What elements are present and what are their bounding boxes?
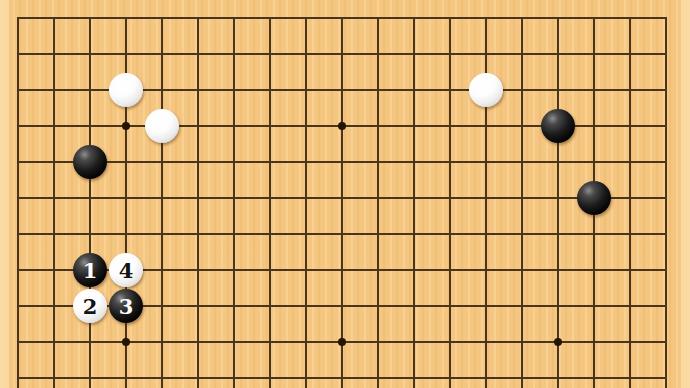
- board-intersection[interactable]: [144, 0, 180, 36]
- board-intersection[interactable]: [144, 180, 180, 216]
- board-intersection[interactable]: [540, 180, 576, 216]
- grid-line-vertical: [53, 144, 55, 180]
- board-intersection[interactable]: [504, 144, 540, 180]
- board-intersection[interactable]: [252, 0, 288, 36]
- grid-line-horizontal: [17, 377, 36, 379]
- black-stone: [541, 109, 575, 143]
- grid-line-vertical: [125, 216, 127, 252]
- grid-line-vertical: [449, 216, 451, 252]
- board-intersection[interactable]: [108, 180, 144, 216]
- board-intersection[interactable]: [360, 72, 396, 108]
- board-intersection[interactable]: [108, 36, 144, 72]
- board-intersection[interactable]: [180, 324, 216, 360]
- board-intersection[interactable]: [180, 144, 216, 180]
- grid-line-vertical: [557, 252, 559, 288]
- board-intersection[interactable]: [108, 144, 144, 180]
- board-intersection[interactable]: [144, 216, 180, 252]
- board-intersection[interactable]: [396, 108, 432, 144]
- board-intersection[interactable]: [144, 288, 180, 324]
- board-intersection[interactable]: [72, 0, 108, 36]
- grid-line-vertical: [485, 17, 487, 36]
- grid-line-vertical: [557, 288, 559, 324]
- board-intersection[interactable]: [648, 288, 684, 324]
- grid-line-vertical: [665, 216, 667, 252]
- grid-line-vertical: [593, 288, 595, 324]
- board-intersection[interactable]: [324, 288, 360, 324]
- board-intersection[interactable]: [576, 252, 612, 288]
- grid-line-vertical: [269, 108, 271, 144]
- board-intersection[interactable]: [72, 360, 108, 388]
- grid-line-vertical: [17, 36, 19, 72]
- move-number: 4: [109, 253, 143, 287]
- board-intersection[interactable]: [288, 144, 324, 180]
- grid-line-vertical: [521, 144, 523, 180]
- board-intersection[interactable]: [396, 216, 432, 252]
- board-intersection[interactable]: [252, 36, 288, 72]
- grid-line-vertical: [269, 252, 271, 288]
- board-intersection[interactable]: [612, 360, 648, 388]
- board-intersection[interactable]: [180, 0, 216, 36]
- board-intersection[interactable]: [180, 72, 216, 108]
- board-intersection[interactable]: [648, 36, 684, 72]
- board-intersection[interactable]: [540, 36, 576, 72]
- board-intersection[interactable]: [504, 252, 540, 288]
- board-intersection[interactable]: [648, 324, 684, 360]
- board-intersection[interactable]: [432, 0, 468, 36]
- grid-line-vertical: [629, 288, 631, 324]
- board-intersection[interactable]: [252, 108, 288, 144]
- board-intersection[interactable]: [396, 180, 432, 216]
- grid-line-vertical: [197, 108, 199, 144]
- grid-line-vertical: [305, 216, 307, 252]
- grid-line-vertical: [53, 252, 55, 288]
- board-intersection[interactable]: [504, 108, 540, 144]
- grid-line-vertical: [413, 288, 415, 324]
- board-intersection[interactable]: [72, 324, 108, 360]
- board-intersection[interactable]: [504, 216, 540, 252]
- board-intersection[interactable]: [180, 252, 216, 288]
- grid-line-horizontal: [17, 161, 36, 163]
- grid-line-vertical: [161, 36, 163, 72]
- grid-line-vertical: [629, 216, 631, 252]
- board-intersection[interactable]: [504, 324, 540, 360]
- board-intersection[interactable]: [324, 72, 360, 108]
- board-intersection[interactable]: [576, 0, 612, 36]
- grid-line-vertical: [89, 17, 91, 36]
- board-intersection[interactable]: [36, 252, 72, 288]
- grid-line-vertical: [557, 17, 559, 36]
- board-intersection[interactable]: [612, 108, 648, 144]
- grid-line-vertical: [593, 324, 595, 360]
- white-stone: [109, 73, 143, 107]
- board-intersection[interactable]: [468, 252, 504, 288]
- board-intersection[interactable]: [396, 252, 432, 288]
- grid-line-vertical: [161, 144, 163, 180]
- board-intersection[interactable]: [216, 0, 252, 36]
- grid-line-vertical: [53, 72, 55, 108]
- board-intersection[interactable]: [540, 0, 576, 36]
- grid-line-vertical: [557, 72, 559, 108]
- board-intersection[interactable]: [576, 36, 612, 72]
- board-intersection[interactable]: [648, 360, 684, 388]
- grid-line-vertical: [485, 216, 487, 252]
- grid-line-vertical: [521, 288, 523, 324]
- grid-line-vertical: [377, 288, 379, 324]
- board-intersection[interactable]: [576, 216, 612, 252]
- grid-line-vertical: [341, 216, 343, 252]
- board-intersection[interactable]: [288, 324, 324, 360]
- board-intersection[interactable]: [432, 72, 468, 108]
- board-intersection[interactable]: [540, 288, 576, 324]
- grid-line-vertical: [557, 180, 559, 216]
- board-intersection[interactable]: [468, 36, 504, 72]
- board-intersection[interactable]: [288, 72, 324, 108]
- board-intersection[interactable]: [432, 288, 468, 324]
- board-intersection[interactable]: [360, 180, 396, 216]
- grid-line-vertical: [341, 36, 343, 72]
- board-intersection[interactable]: [540, 72, 576, 108]
- board-intersection[interactable]: [36, 180, 72, 216]
- board-intersection[interactable]: [612, 288, 648, 324]
- grid-line-vertical: [161, 252, 163, 288]
- grid-line-vertical: [449, 252, 451, 288]
- board-intersection[interactable]: [504, 360, 540, 388]
- grid-line-vertical: [17, 252, 19, 288]
- board-intersection[interactable]: [216, 288, 252, 324]
- grid-line-vertical: [233, 72, 235, 108]
- board-intersection[interactable]: [648, 144, 684, 180]
- grid-line-vertical: [485, 360, 487, 388]
- board-intersection[interactable]: [396, 36, 432, 72]
- board-intersection[interactable]: [288, 180, 324, 216]
- board-intersection[interactable]: [288, 0, 324, 36]
- grid-line-vertical: [593, 17, 595, 36]
- board-intersection[interactable]: [288, 252, 324, 288]
- board-intersection[interactable]: [432, 360, 468, 388]
- grid-line-vertical: [233, 216, 235, 252]
- board-intersection[interactable]: [576, 144, 612, 180]
- board-intersection[interactable]: [216, 108, 252, 144]
- grid-line-vertical: [269, 72, 271, 108]
- board-intersection[interactable]: [216, 180, 252, 216]
- board-intersection[interactable]: [540, 360, 576, 388]
- board-intersection[interactable]: [288, 36, 324, 72]
- grid-line-horizontal: [17, 53, 36, 55]
- board-intersection[interactable]: [504, 288, 540, 324]
- grid-line-vertical: [665, 72, 667, 108]
- grid-line-vertical: [341, 17, 343, 36]
- board-intersection[interactable]: [144, 252, 180, 288]
- board-intersection[interactable]: [288, 360, 324, 388]
- board-intersection[interactable]: [36, 288, 72, 324]
- board-intersection[interactable]: [252, 288, 288, 324]
- board-intersection[interactable]: [504, 0, 540, 36]
- board-intersection[interactable]: [72, 216, 108, 252]
- board-intersection[interactable]: [216, 216, 252, 252]
- board-intersection[interactable]: [468, 360, 504, 388]
- grid-line-vertical: [377, 324, 379, 360]
- board-intersection[interactable]: [36, 0, 72, 36]
- grid-line-vertical: [53, 180, 55, 216]
- board-intersection[interactable]: [648, 216, 684, 252]
- board-intersection[interactable]: [612, 180, 648, 216]
- grid-line-vertical: [377, 17, 379, 36]
- board-intersection[interactable]: [36, 144, 72, 180]
- grid-line-vertical: [485, 144, 487, 180]
- board-intersection[interactable]: [432, 324, 468, 360]
- board-intersection[interactable]: [396, 360, 432, 388]
- black-stone: [577, 181, 611, 215]
- board-intersection[interactable]: [360, 36, 396, 72]
- board-intersection[interactable]: [540, 144, 576, 180]
- board-intersection[interactable]: [468, 288, 504, 324]
- board-intersection[interactable]: [144, 324, 180, 360]
- board-intersection[interactable]: [108, 216, 144, 252]
- board-intersection[interactable]: [504, 180, 540, 216]
- board-intersection[interactable]: [216, 36, 252, 72]
- grid-line-vertical: [341, 144, 343, 180]
- board-intersection[interactable]: [108, 360, 144, 388]
- board-intersection[interactable]: [36, 72, 72, 108]
- board-intersection[interactable]: [396, 288, 432, 324]
- board-intersection[interactable]: [360, 324, 396, 360]
- star-point: [122, 122, 130, 130]
- board-intersection[interactable]: [468, 144, 504, 180]
- grid-line-vertical: [17, 17, 19, 36]
- grid-line-vertical: [449, 360, 451, 388]
- board-intersection[interactable]: [360, 216, 396, 252]
- grid-line-vertical: [665, 252, 667, 288]
- grid-line-vertical: [377, 36, 379, 72]
- board-intersection[interactable]: [540, 252, 576, 288]
- board-intersection[interactable]: [468, 0, 504, 36]
- grid-line-vertical: [305, 324, 307, 360]
- board-intersection[interactable]: [324, 216, 360, 252]
- board-intersection[interactable]: [576, 72, 612, 108]
- grid-line-vertical: [161, 180, 163, 216]
- grid-line-vertical: [665, 180, 667, 216]
- board-intersection[interactable]: [72, 36, 108, 72]
- board-intersection[interactable]: [252, 216, 288, 252]
- grid-line-vertical: [377, 144, 379, 180]
- board-intersection[interactable]: [612, 216, 648, 252]
- grid-line-vertical: [233, 360, 235, 388]
- board-intersection[interactable]: [36, 216, 72, 252]
- board-intersection[interactable]: [612, 36, 648, 72]
- board-intersection[interactable]: [648, 72, 684, 108]
- board-intersection[interactable]: [360, 0, 396, 36]
- board-intersection[interactable]: [288, 288, 324, 324]
- board-intersection[interactable]: [252, 360, 288, 388]
- board-intersection[interactable]: [180, 180, 216, 216]
- board-intersection[interactable]: [360, 144, 396, 180]
- board-intersection[interactable]: [396, 144, 432, 180]
- board-intersection[interactable]: [324, 252, 360, 288]
- board-intersection[interactable]: [252, 252, 288, 288]
- move-number: 1: [73, 253, 107, 287]
- grid-line-vertical: [53, 360, 55, 388]
- board-intersection[interactable]: [144, 72, 180, 108]
- board-intersection[interactable]: [540, 216, 576, 252]
- board-intersection[interactable]: [648, 252, 684, 288]
- grid-line-vertical: [305, 72, 307, 108]
- grid-line-vertical: [665, 17, 667, 36]
- board-intersection[interactable]: [432, 216, 468, 252]
- grid-line-vertical: [593, 36, 595, 72]
- board-intersection[interactable]: [612, 252, 648, 288]
- grid-line-vertical: [161, 17, 163, 36]
- board-intersection[interactable]: [432, 36, 468, 72]
- board-intersection[interactable]: [324, 180, 360, 216]
- grid-line-vertical: [269, 288, 271, 324]
- grid-line-vertical: [341, 288, 343, 324]
- board-intersection[interactable]: [468, 216, 504, 252]
- grid-line-vertical: [629, 324, 631, 360]
- board-intersection[interactable]: [432, 252, 468, 288]
- grid-line-vertical: [197, 36, 199, 72]
- board-intersection[interactable]: [72, 72, 108, 108]
- board-intersection[interactable]: [180, 36, 216, 72]
- board-intersection[interactable]: [144, 144, 180, 180]
- grid-line-vertical: [305, 17, 307, 36]
- board-intersection[interactable]: [324, 144, 360, 180]
- grid-line-vertical: [89, 180, 91, 216]
- board-intersection[interactable]: [216, 252, 252, 288]
- grid-line-vertical: [197, 216, 199, 252]
- board-intersection[interactable]: [576, 360, 612, 388]
- board-intersection[interactable]: [252, 180, 288, 216]
- board-intersection[interactable]: [252, 144, 288, 180]
- board-intersection[interactable]: [180, 288, 216, 324]
- board-intersection[interactable]: [396, 72, 432, 108]
- board-intersection[interactable]: [468, 324, 504, 360]
- grid-line-vertical: [593, 108, 595, 144]
- board-intersection[interactable]: [612, 144, 648, 180]
- board-intersection[interactable]: [180, 108, 216, 144]
- board-intersection[interactable]: [36, 108, 72, 144]
- grid-line-vertical: [521, 72, 523, 108]
- board-intersection[interactable]: [216, 144, 252, 180]
- board-intersection[interactable]: [612, 324, 648, 360]
- board-intersection[interactable]: [648, 0, 684, 36]
- board-intersection[interactable]: [432, 144, 468, 180]
- board-intersection[interactable]: [396, 0, 432, 36]
- board-intersection[interactable]: [504, 36, 540, 72]
- board-intersection[interactable]: [216, 324, 252, 360]
- grid-line-vertical: [377, 360, 379, 388]
- grid-line-vertical: [53, 324, 55, 360]
- board-intersection[interactable]: [324, 360, 360, 388]
- grid-line-vertical: [449, 108, 451, 144]
- board-intersection[interactable]: [432, 180, 468, 216]
- board-intersection[interactable]: [360, 252, 396, 288]
- board-intersection[interactable]: [468, 180, 504, 216]
- board-intersection[interactable]: [324, 36, 360, 72]
- grid-line-vertical: [665, 108, 667, 144]
- board-intersection[interactable]: [144, 360, 180, 388]
- grid-line-vertical: [377, 216, 379, 252]
- board-intersection[interactable]: [504, 72, 540, 108]
- board-intersection[interactable]: [360, 360, 396, 388]
- board-intersection[interactable]: [180, 360, 216, 388]
- move-number: 3: [109, 289, 143, 323]
- board-intersection[interactable]: [108, 0, 144, 36]
- grid-line-vertical: [377, 108, 379, 144]
- board-intersection[interactable]: [180, 216, 216, 252]
- board-left-edge: [0, 0, 9, 388]
- grid-line-horizontal: [17, 341, 36, 343]
- board-intersection[interactable]: [288, 108, 324, 144]
- board-intersection[interactable]: [432, 108, 468, 144]
- board-intersection[interactable]: [648, 108, 684, 144]
- grid-line-vertical: [341, 252, 343, 288]
- grid-line-vertical: [629, 360, 631, 388]
- grid-line-vertical: [413, 17, 415, 36]
- board-intersection[interactable]: [36, 36, 72, 72]
- board-intersection[interactable]: [36, 360, 72, 388]
- grid-line-vertical: [629, 180, 631, 216]
- grid-line-vertical: [17, 324, 19, 360]
- board-intersection[interactable]: [576, 108, 612, 144]
- board-intersection[interactable]: [36, 324, 72, 360]
- grid-line-vertical: [665, 324, 667, 360]
- board-intersection[interactable]: [576, 324, 612, 360]
- board-intersection[interactable]: [576, 288, 612, 324]
- board-intersection[interactable]: [468, 108, 504, 144]
- grid-line-vertical: [125, 360, 127, 388]
- grid-line-vertical: [305, 108, 307, 144]
- grid-line-vertical: [665, 36, 667, 72]
- board-intersection[interactable]: [612, 72, 648, 108]
- grid-line-vertical: [413, 360, 415, 388]
- board-intersection[interactable]: [288, 216, 324, 252]
- grid-line-vertical: [197, 288, 199, 324]
- grid-line-vertical: [125, 144, 127, 180]
- grid-line-vertical: [269, 180, 271, 216]
- board-intersection[interactable]: [252, 72, 288, 108]
- board-intersection[interactable]: [144, 36, 180, 72]
- grid-line-vertical: [665, 144, 667, 180]
- grid-line-vertical: [593, 252, 595, 288]
- move-number: 2: [73, 289, 107, 323]
- grid-line-vertical: [89, 72, 91, 108]
- grid-line-vertical: [413, 252, 415, 288]
- grid-line-vertical: [17, 72, 19, 108]
- grid-line-vertical: [269, 36, 271, 72]
- board-intersection[interactable]: [216, 360, 252, 388]
- grid-line-vertical: [377, 252, 379, 288]
- board-intersection[interactable]: [360, 288, 396, 324]
- board-intersection[interactable]: [396, 324, 432, 360]
- board-intersection[interactable]: [72, 108, 108, 144]
- board-intersection[interactable]: [360, 108, 396, 144]
- grid-line-horizontal: [17, 89, 36, 91]
- board-intersection[interactable]: [612, 0, 648, 36]
- grid-line-vertical: [233, 36, 235, 72]
- grid-line-vertical: [557, 216, 559, 252]
- board-intersection[interactable]: [252, 324, 288, 360]
- grid-line-vertical: [233, 252, 235, 288]
- grid-line-vertical: [233, 17, 235, 36]
- board-intersection[interactable]: [648, 180, 684, 216]
- grid-line-vertical: [17, 360, 19, 388]
- board-intersection[interactable]: [72, 180, 108, 216]
- board-intersection[interactable]: [216, 72, 252, 108]
- grid-line-vertical: [485, 108, 487, 144]
- white-stone-move-4: 4: [109, 253, 143, 287]
- grid-line-vertical: [125, 17, 127, 36]
- board-intersection[interactable]: [324, 0, 360, 36]
